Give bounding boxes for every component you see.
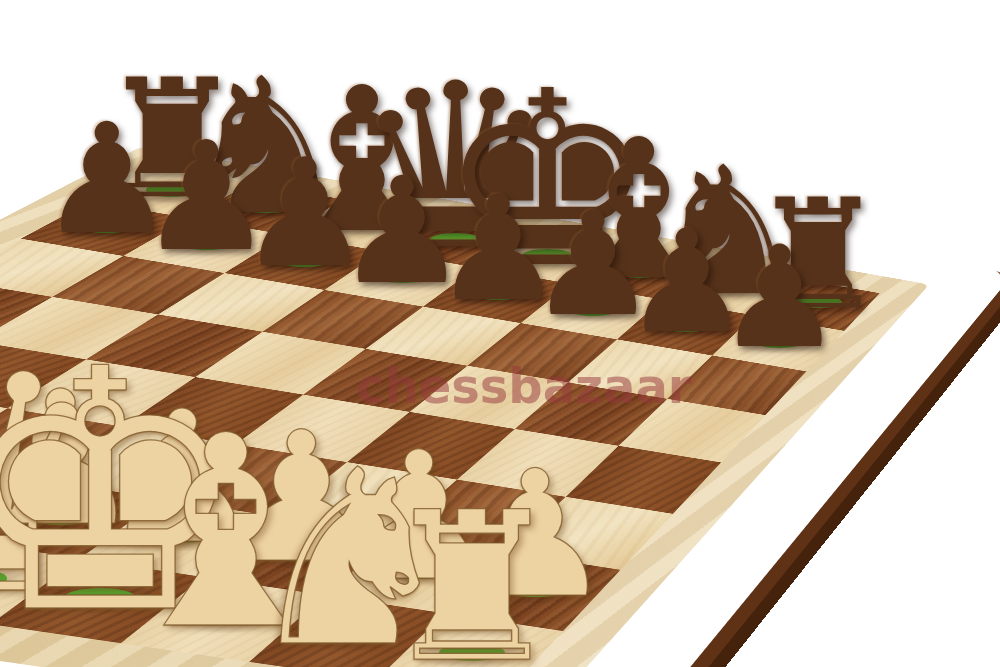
photo-canvas: chessbazaar ♜♞♝♛♚♝♞♜♟♟♟♟♟♟♟♟♟♟♟♟♟♟♟♟♜♞♝♛… xyxy=(0,0,1000,667)
pawn-glyph: ♟ xyxy=(717,228,843,368)
pieces-layer: ♜♞♝♛♚♝♞♜♟♟♟♟♟♟♟♟♟♟♟♟♟♟♟♟♜♞♝♛♚♝♞♜ xyxy=(0,0,1000,667)
rook-glyph: ♜ xyxy=(380,486,565,667)
